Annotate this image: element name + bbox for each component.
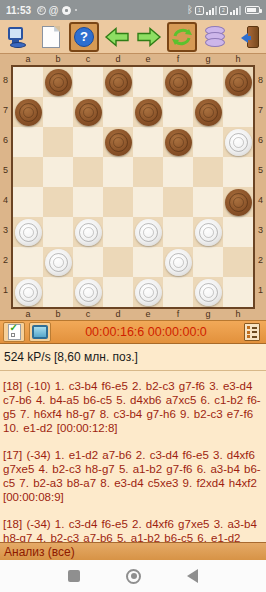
file-label: e [133, 54, 163, 65]
white-checker-c1[interactable] [75, 279, 102, 306]
dark-checker-c7[interactable] [75, 99, 102, 126]
sim1-icon: 1 [195, 6, 204, 15]
square-c2[interactable] [73, 247, 103, 277]
square-h1[interactable] [223, 277, 253, 307]
square-b2[interactable] [43, 247, 73, 277]
analysis-mode-bar[interactable]: Анализ (все) [0, 542, 266, 560]
square-f4[interactable] [163, 187, 193, 217]
square-e7[interactable] [133, 97, 163, 127]
checkers-board[interactable] [11, 65, 255, 309]
status-bar: 11:53 ✆ @ ᛒ 1 2 [0, 0, 266, 20]
rank-label: 3 [0, 215, 11, 245]
square-g8[interactable] [193, 67, 223, 97]
square-a2[interactable] [13, 247, 43, 277]
square-h8[interactable] [223, 67, 253, 97]
rank-label: 5 [255, 155, 266, 185]
file-label: c [73, 54, 103, 65]
dark-checker-b8[interactable] [45, 69, 72, 96]
square-h7[interactable] [223, 97, 253, 127]
back-button[interactable] [102, 22, 132, 52]
file-label: d [103, 309, 133, 320]
analysis-report-button[interactable]: ✓ [3, 322, 25, 342]
square-h4[interactable] [223, 187, 253, 217]
square-f5[interactable] [163, 157, 193, 187]
recents-icon[interactable] [68, 570, 80, 582]
square-c1[interactable] [73, 277, 103, 307]
square-g6[interactable] [193, 127, 223, 157]
dark-checker-d8[interactable] [105, 69, 132, 96]
file-label: b [43, 309, 73, 320]
square-b5[interactable] [43, 157, 73, 187]
dark-checker-a7[interactable] [15, 99, 42, 126]
file-label: f [163, 54, 193, 65]
exit-door-icon [236, 26, 260, 48]
refresh-icon [171, 27, 193, 47]
file-labels-bottom: abcdefgh [13, 309, 266, 320]
moves-list-button[interactable] [241, 322, 263, 342]
square-e1[interactable] [133, 277, 163, 307]
square-b3[interactable] [43, 217, 73, 247]
rank-label: 1 [0, 275, 11, 305]
forward-button[interactable] [134, 22, 164, 52]
rank-label: 7 [255, 95, 266, 125]
square-h3[interactable] [223, 217, 253, 247]
square-h6[interactable] [223, 127, 253, 157]
dark-checker-f8[interactable] [165, 69, 192, 96]
rank-label: 1 [255, 275, 266, 305]
square-a1[interactable] [13, 277, 43, 307]
square-c6[interactable] [73, 127, 103, 157]
engine-monitor-icon [7, 26, 29, 48]
square-h2[interactable] [223, 247, 253, 277]
analysis-output[interactable]: [18] (-10) 1. c3-b4 f6-e5 2. b2-c3 g7-f6… [0, 371, 266, 542]
exit-button[interactable] [233, 22, 263, 52]
square-d8[interactable] [103, 67, 133, 97]
file-label: e [133, 309, 163, 320]
rank-labels-right: 87654321 [255, 65, 266, 309]
white-checker-e3[interactable] [135, 219, 162, 246]
engine-speed-line: 524 kP/s [8,60 млн. поз.] [0, 344, 266, 371]
board-area: abcdefgh 87654321 87654321 abcdefgh [0, 54, 266, 320]
rank-label: 7 [0, 95, 11, 125]
square-g3[interactable] [193, 217, 223, 247]
square-h5[interactable] [223, 157, 253, 187]
toolbar: ? [0, 20, 266, 54]
engine-control-bar: ✓ 00:00:16:6 00:00:00:0 [0, 320, 266, 344]
analysis-mode-label: Анализ (все) [4, 545, 75, 559]
square-c5[interactable] [73, 157, 103, 187]
rank-labels-left: 87654321 [0, 65, 11, 309]
square-f2[interactable] [163, 247, 193, 277]
board-view-button[interactable] [29, 322, 51, 342]
square-a6[interactable] [13, 127, 43, 157]
square-e8[interactable] [133, 67, 163, 97]
right-arrow-icon [136, 27, 162, 47]
rank-label: 8 [0, 65, 11, 95]
database-button[interactable] [200, 22, 230, 52]
rank-label: 5 [0, 155, 11, 185]
square-a3[interactable] [13, 217, 43, 247]
bluetooth-icon: ᛒ [187, 5, 193, 15]
rank-label: 2 [0, 245, 11, 275]
white-checker-a1[interactable] [15, 279, 42, 306]
square-d6[interactable] [103, 127, 133, 157]
database-icon [205, 26, 225, 48]
square-c8[interactable] [73, 67, 103, 97]
file-label: f [163, 309, 193, 320]
notification-dot-icon [75, 9, 77, 11]
square-c3[interactable] [73, 217, 103, 247]
square-b6[interactable] [43, 127, 73, 157]
white-checker-c3[interactable] [75, 219, 102, 246]
sim2-icon: 2 [219, 6, 228, 15]
square-e3[interactable] [133, 217, 163, 247]
file-label: d [103, 54, 133, 65]
square-g5[interactable] [193, 157, 223, 187]
new-document-icon [42, 26, 60, 48]
square-e6[interactable] [133, 127, 163, 157]
report-check-icon: ✓ [8, 324, 21, 340]
rank-label: 3 [255, 215, 266, 245]
white-checker-f2[interactable] [165, 249, 192, 276]
dark-checker-g7[interactable] [195, 99, 222, 126]
white-checker-b2[interactable] [45, 249, 72, 276]
square-c4[interactable] [73, 187, 103, 217]
square-a5[interactable] [13, 157, 43, 187]
file-label: h [223, 309, 253, 320]
square-a4[interactable] [13, 187, 43, 217]
dark-checker-f6[interactable] [165, 129, 192, 156]
white-checker-e1[interactable] [135, 279, 162, 306]
help-icon: ? [74, 27, 94, 47]
file-labels-top: abcdefgh [13, 54, 266, 65]
square-d4[interactable] [103, 187, 133, 217]
square-e5[interactable] [133, 157, 163, 187]
file-label: c [73, 309, 103, 320]
square-g4[interactable] [193, 187, 223, 217]
rank-label: 8 [255, 65, 266, 95]
home-icon[interactable] [126, 569, 141, 584]
square-e4[interactable] [133, 187, 163, 217]
dark-checker-h4[interactable] [225, 189, 252, 216]
square-b1[interactable] [43, 277, 73, 307]
square-f1[interactable] [163, 277, 193, 307]
list-icon [244, 323, 260, 341]
engine-clocks: 00:00:16:6 00:00:00:0 [55, 325, 237, 339]
rank-label: 4 [255, 185, 266, 215]
android-nav-bar [0, 560, 266, 592]
square-b7[interactable] [43, 97, 73, 127]
square-g2[interactable] [193, 247, 223, 277]
file-label: b [43, 54, 73, 65]
file-label: h [223, 54, 253, 65]
square-d3[interactable] [103, 217, 133, 247]
square-d2[interactable] [103, 247, 133, 277]
clock-text: 11:53 [6, 5, 31, 16]
square-d1[interactable] [103, 277, 133, 307]
rank-label: 6 [255, 125, 266, 155]
square-d7[interactable] [103, 97, 133, 127]
dark-checker-d6[interactable] [105, 129, 132, 156]
square-b8[interactable] [43, 67, 73, 97]
variation-line: [18] (-34) 1. c3-d4 f6-e5 2. d4xf6 g7xe5… [3, 517, 263, 542]
square-a8[interactable] [13, 67, 43, 97]
board-view-icon [32, 325, 48, 339]
engine-button[interactable] [3, 22, 33, 52]
white-checker-g3[interactable] [195, 219, 222, 246]
help-button[interactable]: ? [69, 22, 99, 52]
phone-icon [62, 6, 71, 15]
signal-bars-1-icon [206, 6, 217, 15]
new-game-button[interactable] [36, 22, 66, 52]
viber-icon: ✆ [37, 6, 46, 15]
rank-label: 4 [0, 185, 11, 215]
square-g1[interactable] [193, 277, 223, 307]
file-label: a [13, 54, 43, 65]
square-a7[interactable] [13, 97, 43, 127]
white-checker-a3[interactable] [15, 219, 42, 246]
square-g7[interactable] [193, 97, 223, 127]
back-icon[interactable] [187, 569, 198, 583]
square-f3[interactable] [163, 217, 193, 247]
battery-icon [245, 6, 260, 14]
refresh-button[interactable] [167, 22, 197, 52]
square-e2[interactable] [133, 247, 163, 277]
square-f7[interactable] [163, 97, 193, 127]
square-c7[interactable] [73, 97, 103, 127]
rank-label: 2 [255, 245, 266, 275]
signal-bars-2-icon [230, 6, 241, 15]
file-label: g [193, 309, 223, 320]
at-icon: @ [49, 5, 59, 16]
file-label: g [193, 54, 223, 65]
rank-label: 6 [0, 125, 11, 155]
square-b4[interactable] [43, 187, 73, 217]
dark-checker-e7[interactable] [135, 99, 162, 126]
square-f8[interactable] [163, 67, 193, 97]
white-checker-g1[interactable] [195, 279, 222, 306]
left-arrow-icon [104, 27, 130, 47]
white-checker-h6[interactable] [225, 129, 252, 156]
square-f6[interactable] [163, 127, 193, 157]
square-d5[interactable] [103, 157, 133, 187]
file-label: a [13, 309, 43, 320]
dark-checker-h8[interactable] [225, 69, 252, 96]
variation-line: [17] (-34) 1. e1-d2 a7-b6 2. c3-d4 f6-e5… [3, 448, 263, 504]
variation-line: [18] (-10) 1. c3-b4 f6-e5 2. b2-c3 g7-f6… [3, 379, 263, 435]
